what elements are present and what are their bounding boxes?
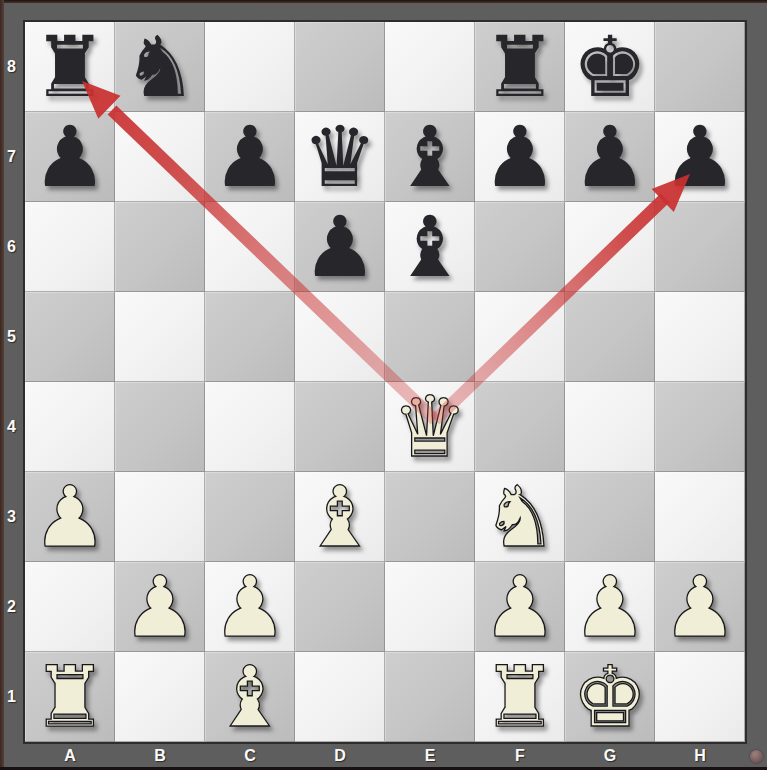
square-d7[interactable]: ♛ xyxy=(295,112,385,202)
white-bishop-d3[interactable]: ♝ xyxy=(295,472,385,562)
board-grid: ♜♞♜♚♟♟♛♝♟♟♟♟♝♛♟♝♞♟♟♟♟♟♜♝♜♚ xyxy=(23,20,747,744)
square-a3[interactable]: ♟ xyxy=(25,472,115,562)
square-h5[interactable] xyxy=(655,292,745,382)
black-pawn-g7[interactable]: ♟ xyxy=(565,112,655,202)
square-e1[interactable] xyxy=(385,652,475,742)
square-b6[interactable] xyxy=(115,202,205,292)
square-f6[interactable] xyxy=(475,202,565,292)
file-label-h: H xyxy=(655,744,745,767)
square-a7[interactable]: ♟ xyxy=(25,112,115,202)
file-label-a: A xyxy=(25,744,115,767)
square-a2[interactable] xyxy=(25,562,115,652)
square-f4[interactable] xyxy=(475,382,565,472)
square-g7[interactable]: ♟ xyxy=(565,112,655,202)
black-king-g8[interactable]: ♚ xyxy=(565,22,655,112)
square-b7[interactable] xyxy=(115,112,205,202)
square-f3[interactable]: ♞ xyxy=(475,472,565,562)
black-rook-a8[interactable]: ♜ xyxy=(25,22,115,112)
square-d2[interactable] xyxy=(295,562,385,652)
square-c3[interactable] xyxy=(205,472,295,562)
square-h6[interactable] xyxy=(655,202,745,292)
square-e6[interactable]: ♝ xyxy=(385,202,475,292)
white-bishop-c1[interactable]: ♝ xyxy=(205,652,295,742)
black-pawn-c7[interactable]: ♟ xyxy=(205,112,295,202)
square-c6[interactable] xyxy=(205,202,295,292)
square-c2[interactable]: ♟ xyxy=(205,562,295,652)
corner-pin-icon xyxy=(750,750,763,763)
file-label-g: G xyxy=(565,744,655,767)
file-label-f: F xyxy=(475,744,565,767)
square-c7[interactable]: ♟ xyxy=(205,112,295,202)
white-pawn-g2[interactable]: ♟ xyxy=(565,562,655,652)
square-e5[interactable] xyxy=(385,292,475,382)
square-g5[interactable] xyxy=(565,292,655,382)
white-pawn-h2[interactable]: ♟ xyxy=(655,562,745,652)
file-label-b: B xyxy=(115,744,205,767)
white-pawn-a3[interactable]: ♟ xyxy=(25,472,115,562)
black-pawn-h7[interactable]: ♟ xyxy=(655,112,745,202)
square-f7[interactable]: ♟ xyxy=(475,112,565,202)
file-label-d: D xyxy=(295,744,385,767)
square-f5[interactable] xyxy=(475,292,565,382)
black-queen-d7[interactable]: ♛ xyxy=(295,112,385,202)
white-pawn-c2[interactable]: ♟ xyxy=(205,562,295,652)
square-a4[interactable] xyxy=(25,382,115,472)
white-pawn-f2[interactable]: ♟ xyxy=(475,562,565,652)
white-queen-e4[interactable]: ♛ xyxy=(385,382,475,472)
square-d6[interactable]: ♟ xyxy=(295,202,385,292)
square-d5[interactable] xyxy=(295,292,385,382)
black-knight-b8[interactable]: ♞ xyxy=(115,22,205,112)
square-b2[interactable]: ♟ xyxy=(115,562,205,652)
black-bishop-e6[interactable]: ♝ xyxy=(385,202,475,292)
black-bishop-e7[interactable]: ♝ xyxy=(385,112,475,202)
white-rook-a1[interactable]: ♜ xyxy=(25,652,115,742)
black-rook-f8[interactable]: ♜ xyxy=(475,22,565,112)
square-a8[interactable]: ♜ xyxy=(25,22,115,112)
square-g8[interactable]: ♚ xyxy=(565,22,655,112)
file-label-e: E xyxy=(385,744,475,767)
square-b1[interactable] xyxy=(115,652,205,742)
square-d4[interactable] xyxy=(295,382,385,472)
square-d8[interactable] xyxy=(295,22,385,112)
square-b5[interactable] xyxy=(115,292,205,382)
square-h4[interactable] xyxy=(655,382,745,472)
chessboard-app: 87654321 ♜♞♜♚♟♟♛♝♟♟♟♟♝♛♟♝♞♟♟♟♟♟♜♝♜♚ ABCD… xyxy=(0,0,767,770)
square-a5[interactable] xyxy=(25,292,115,382)
square-d3[interactable]: ♝ xyxy=(295,472,385,562)
white-knight-f3[interactable]: ♞ xyxy=(475,472,565,562)
square-h3[interactable] xyxy=(655,472,745,562)
square-e8[interactable] xyxy=(385,22,475,112)
file-labels: ABCDEFGH xyxy=(25,744,745,767)
square-g1[interactable]: ♚ xyxy=(565,652,655,742)
square-f8[interactable]: ♜ xyxy=(475,22,565,112)
file-label-c: C xyxy=(205,744,295,767)
square-e3[interactable] xyxy=(385,472,475,562)
square-e2[interactable] xyxy=(385,562,475,652)
frame-edge-top xyxy=(0,0,767,3)
square-b4[interactable] xyxy=(115,382,205,472)
white-rook-f1[interactable]: ♜ xyxy=(475,652,565,742)
white-pawn-b2[interactable]: ♟ xyxy=(115,562,205,652)
square-h1[interactable] xyxy=(655,652,745,742)
black-pawn-a7[interactable]: ♟ xyxy=(25,112,115,202)
square-h2[interactable]: ♟ xyxy=(655,562,745,652)
square-b3[interactable] xyxy=(115,472,205,562)
frame-edge-left xyxy=(0,0,4,770)
square-e7[interactable]: ♝ xyxy=(385,112,475,202)
square-g3[interactable] xyxy=(565,472,655,562)
square-e4[interactable]: ♛ xyxy=(385,382,475,472)
square-h7[interactable]: ♟ xyxy=(655,112,745,202)
square-d1[interactable] xyxy=(295,652,385,742)
square-f2[interactable]: ♟ xyxy=(475,562,565,652)
square-c1[interactable]: ♝ xyxy=(205,652,295,742)
square-c5[interactable] xyxy=(205,292,295,382)
black-pawn-f7[interactable]: ♟ xyxy=(475,112,565,202)
square-g4[interactable] xyxy=(565,382,655,472)
square-g6[interactable] xyxy=(565,202,655,292)
square-c4[interactable] xyxy=(205,382,295,472)
square-c8[interactable] xyxy=(205,22,295,112)
square-g2[interactable]: ♟ xyxy=(565,562,655,652)
square-h8[interactable] xyxy=(655,22,745,112)
square-b8[interactable]: ♞ xyxy=(115,22,205,112)
white-king-g1[interactable]: ♚ xyxy=(565,652,655,742)
square-a6[interactable] xyxy=(25,202,115,292)
black-pawn-d6[interactable]: ♟ xyxy=(295,202,385,292)
square-f1[interactable]: ♜ xyxy=(475,652,565,742)
square-a1[interactable]: ♜ xyxy=(25,652,115,742)
